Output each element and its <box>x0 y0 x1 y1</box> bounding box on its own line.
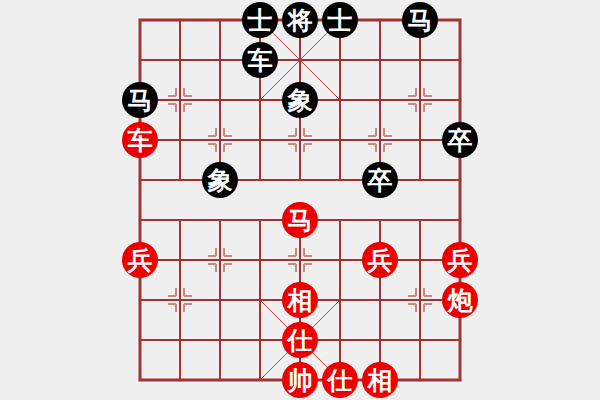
black-chariot[interactable]: 车 <box>242 42 278 78</box>
board-point: 车 <box>240 40 280 80</box>
board-point: 兵 <box>440 240 480 280</box>
red-pawn[interactable]: 兵 <box>122 242 158 278</box>
red-pawn[interactable]: 兵 <box>442 242 478 278</box>
red-horse[interactable]: 马 <box>282 202 318 238</box>
red-elephant[interactable]: 相 <box>362 362 398 398</box>
black-elephant[interactable]: 象 <box>202 162 238 198</box>
board-point: 炮 <box>440 280 480 320</box>
red-advisor[interactable]: 仕 <box>322 362 358 398</box>
board-point: 兵 <box>360 240 400 280</box>
board-point: 兵 <box>120 240 160 280</box>
red-elephant[interactable]: 相 <box>282 282 318 318</box>
board-point: 帅 <box>280 360 320 400</box>
board-point: 马 <box>400 0 440 40</box>
board-point: 仕 <box>280 320 320 360</box>
black-pawn[interactable]: 卒 <box>362 162 398 198</box>
red-chariot[interactable]: 车 <box>122 122 158 158</box>
board-point: 马 <box>120 80 160 120</box>
red-advisor[interactable]: 仕 <box>282 322 318 358</box>
black-pawn[interactable]: 卒 <box>442 122 478 158</box>
board-point: 仕 <box>320 360 360 400</box>
black-elephant[interactable]: 象 <box>282 82 318 118</box>
board-point: 将 <box>280 0 320 40</box>
board-point: 卒 <box>360 160 400 200</box>
board-point: 象 <box>200 160 240 200</box>
piece-grid: 士将士马车马象卒象卒车马兵兵兵相炮仕帅仕相 <box>120 0 480 400</box>
black-advisor[interactable]: 士 <box>322 2 358 38</box>
black-horse[interactable]: 马 <box>402 2 438 38</box>
black-advisor[interactable]: 士 <box>242 2 278 38</box>
red-cannon[interactable]: 炮 <box>442 282 478 318</box>
black-horse[interactable]: 马 <box>122 82 158 118</box>
board-point: 士 <box>240 0 280 40</box>
board-point: 士 <box>320 0 360 40</box>
red-general[interactable]: 帅 <box>282 362 318 398</box>
board-point: 象 <box>280 80 320 120</box>
board-point: 相 <box>360 360 400 400</box>
board-point: 相 <box>280 280 320 320</box>
black-general[interactable]: 将 <box>282 2 318 38</box>
board-point: 马 <box>280 200 320 240</box>
xiangqi-board: 士将士马车马象卒象卒车马兵兵兵相炮仕帅仕相 <box>0 0 600 400</box>
red-pawn[interactable]: 兵 <box>362 242 398 278</box>
board-point: 卒 <box>440 120 480 160</box>
board-point: 车 <box>120 120 160 160</box>
